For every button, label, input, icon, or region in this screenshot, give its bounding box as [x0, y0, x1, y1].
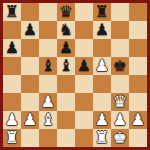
piece-white-king: ♚ — [113, 129, 127, 147]
square-b7[interactable]: ♟ — [21, 21, 39, 39]
square-c2[interactable]: ♝ — [39, 111, 57, 129]
square-d7[interactable]: ♞ — [57, 21, 75, 39]
piece-black-bishop: ♝ — [59, 57, 73, 75]
square-f4[interactable] — [93, 75, 111, 93]
square-d4[interactable] — [57, 75, 75, 93]
piece-white-pawn: ♟ — [95, 111, 109, 129]
square-b5[interactable] — [21, 57, 39, 75]
square-f2[interactable]: ♟ — [93, 111, 111, 129]
square-a4[interactable] — [3, 75, 21, 93]
square-d3[interactable] — [57, 93, 75, 111]
square-c8[interactable] — [39, 3, 57, 21]
square-c6[interactable] — [39, 39, 57, 57]
piece-black-king: ♚ — [113, 57, 127, 75]
chess-board-frame: ♜♛♜♟♞♟♟♟♝♝♟♟♚♟♛♟♟♝♟♟♟♜♜♚ — [0, 0, 150, 150]
square-f6[interactable] — [93, 39, 111, 57]
piece-black-bishop: ♝ — [41, 57, 55, 75]
square-d2[interactable] — [57, 111, 75, 129]
square-b8[interactable] — [21, 3, 39, 21]
square-e1[interactable] — [75, 129, 93, 147]
square-e4[interactable] — [75, 75, 93, 93]
square-c1[interactable] — [39, 129, 57, 147]
square-h4[interactable] — [129, 75, 147, 93]
square-e8[interactable] — [75, 3, 93, 21]
piece-black-pawn: ♟ — [59, 39, 73, 57]
piece-black-pawn: ♟ — [23, 21, 37, 39]
square-a7[interactable] — [3, 21, 21, 39]
square-c7[interactable] — [39, 21, 57, 39]
square-f1[interactable]: ♜ — [93, 129, 111, 147]
square-e7[interactable] — [75, 21, 93, 39]
piece-white-rook: ♜ — [5, 129, 19, 147]
piece-white-queen: ♛ — [113, 93, 127, 111]
square-a5[interactable] — [3, 57, 21, 75]
square-d6[interactable]: ♟ — [57, 39, 75, 57]
square-b2[interactable]: ♟ — [21, 111, 39, 129]
piece-white-bishop: ♝ — [41, 111, 55, 129]
square-b3[interactable] — [21, 93, 39, 111]
square-f7[interactable]: ♟ — [93, 21, 111, 39]
square-g8[interactable] — [111, 3, 129, 21]
piece-white-pawn: ♟ — [113, 111, 127, 129]
square-h2[interactable]: ♟ — [129, 111, 147, 129]
square-h8[interactable] — [129, 3, 147, 21]
piece-white-pawn: ♟ — [5, 111, 19, 129]
square-d5[interactable]: ♝ — [57, 57, 75, 75]
square-b6[interactable] — [21, 39, 39, 57]
square-a3[interactable] — [3, 93, 21, 111]
piece-white-pawn: ♟ — [131, 111, 145, 129]
square-d8[interactable]: ♛ — [57, 3, 75, 21]
square-e3[interactable] — [75, 93, 93, 111]
square-c4[interactable] — [39, 75, 57, 93]
square-a2[interactable]: ♟ — [3, 111, 21, 129]
square-h3[interactable] — [129, 93, 147, 111]
square-a1[interactable]: ♜ — [3, 129, 21, 147]
piece-black-pawn: ♟ — [5, 39, 19, 57]
square-c3[interactable]: ♟ — [39, 93, 57, 111]
piece-white-rook: ♜ — [95, 129, 109, 147]
piece-black-pawn: ♟ — [77, 57, 91, 75]
square-e5[interactable]: ♟ — [75, 57, 93, 75]
piece-black-pawn: ♟ — [95, 21, 109, 39]
piece-white-pawn: ♟ — [41, 93, 55, 111]
square-e6[interactable] — [75, 39, 93, 57]
square-g1[interactable]: ♚ — [111, 129, 129, 147]
square-f3[interactable] — [93, 93, 111, 111]
square-h6[interactable] — [129, 39, 147, 57]
piece-white-pawn: ♟ — [95, 57, 109, 75]
square-h5[interactable] — [129, 57, 147, 75]
square-e2[interactable] — [75, 111, 93, 129]
square-g7[interactable] — [111, 21, 129, 39]
square-b1[interactable] — [21, 129, 39, 147]
square-a6[interactable]: ♟ — [3, 39, 21, 57]
square-d1[interactable] — [57, 129, 75, 147]
square-a8[interactable]: ♜ — [3, 3, 21, 21]
square-b4[interactable] — [21, 75, 39, 93]
piece-black-queen: ♛ — [59, 3, 73, 21]
chess-board: ♜♛♜♟♞♟♟♟♝♝♟♟♚♟♛♟♟♝♟♟♟♜♜♚ — [3, 3, 147, 147]
square-c5[interactable]: ♝ — [39, 57, 57, 75]
square-h7[interactable] — [129, 21, 147, 39]
square-g5[interactable]: ♚ — [111, 57, 129, 75]
piece-black-knight: ♞ — [59, 21, 73, 39]
square-g6[interactable] — [111, 39, 129, 57]
square-g4[interactable] — [111, 75, 129, 93]
square-g2[interactable]: ♟ — [111, 111, 129, 129]
square-f5[interactable]: ♟ — [93, 57, 111, 75]
piece-black-rook: ♜ — [95, 3, 109, 21]
square-g3[interactable]: ♛ — [111, 93, 129, 111]
square-h1[interactable] — [129, 129, 147, 147]
piece-white-pawn: ♟ — [23, 111, 37, 129]
square-f8[interactable]: ♜ — [93, 3, 111, 21]
piece-black-rook: ♜ — [5, 3, 19, 21]
